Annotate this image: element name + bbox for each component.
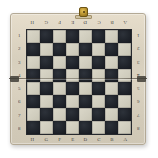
square-d8[interactable]: [79, 121, 92, 134]
square-d6[interactable]: [79, 95, 92, 108]
square-a7[interactable]: [118, 108, 131, 121]
fold-seam: [9, 78, 147, 81]
square-h6[interactable]: [27, 95, 40, 108]
file-label: E: [71, 137, 74, 142]
square-f1[interactable]: [53, 30, 66, 43]
square-b8[interactable]: [105, 121, 118, 134]
square-b6[interactable]: [105, 95, 118, 108]
file-label: F: [58, 137, 61, 142]
square-e1[interactable]: [66, 30, 79, 43]
square-e5[interactable]: [66, 82, 79, 95]
rank-label: 2: [18, 46, 20, 51]
square-f6[interactable]: [53, 95, 66, 108]
square-d3[interactable]: [79, 56, 92, 69]
rank-label: 7: [18, 113, 20, 118]
square-h5[interactable]: [27, 82, 40, 95]
square-c7[interactable]: [92, 108, 105, 121]
square-c8[interactable]: [92, 121, 105, 134]
square-e7[interactable]: [66, 108, 79, 121]
square-c6[interactable]: [92, 95, 105, 108]
square-e6[interactable]: [66, 95, 79, 108]
rank-label: 1: [137, 33, 139, 38]
file-label: E: [71, 20, 74, 25]
rank-label: 2: [137, 46, 139, 51]
rank-label: 8: [18, 126, 20, 131]
rank-label: 7: [137, 113, 139, 118]
square-b2[interactable]: [105, 43, 118, 56]
rank-label: 3: [18, 60, 20, 65]
board-border: [26, 29, 132, 135]
square-h1[interactable]: [27, 30, 40, 43]
rank-label: 6: [18, 99, 20, 104]
file-label: A: [124, 137, 128, 142]
square-a1[interactable]: [118, 30, 131, 43]
square-f7[interactable]: [53, 108, 66, 121]
square-d7[interactable]: [79, 108, 92, 121]
square-e3[interactable]: [66, 56, 79, 69]
square-a5[interactable]: [118, 82, 131, 95]
square-g2[interactable]: [40, 43, 53, 56]
square-d1[interactable]: [79, 30, 92, 43]
square-g5[interactable]: [40, 82, 53, 95]
file-label: F: [58, 20, 61, 25]
rank-label: 3: [137, 60, 139, 65]
file-label: D: [84, 20, 88, 25]
square-a6[interactable]: [118, 95, 131, 108]
coords-right-ranks: 1 2 3 4 5 6 7 8: [132, 29, 144, 135]
file-label: G: [44, 20, 48, 25]
square-h7[interactable]: [27, 108, 40, 121]
square-d2[interactable]: [79, 43, 92, 56]
square-g1[interactable]: [40, 30, 53, 43]
rank-label: 5: [18, 86, 20, 91]
file-label: G: [44, 137, 48, 142]
brass-latch-icon: [79, 7, 88, 17]
square-e2[interactable]: [66, 43, 79, 56]
file-label: C: [97, 137, 100, 142]
rank-label: 6: [137, 99, 139, 104]
square-g6[interactable]: [40, 95, 53, 108]
square-c1[interactable]: [92, 30, 105, 43]
square-b1[interactable]: [105, 30, 118, 43]
square-g8[interactable]: [40, 121, 53, 134]
file-label: C: [97, 20, 100, 25]
square-b7[interactable]: [105, 108, 118, 121]
square-f3[interactable]: [53, 56, 66, 69]
square-g3[interactable]: [40, 56, 53, 69]
file-label: D: [84, 137, 88, 142]
square-b3[interactable]: [105, 56, 118, 69]
rank-label: 1: [18, 33, 20, 38]
rank-label: 5: [137, 86, 139, 91]
square-g7[interactable]: [40, 108, 53, 121]
file-label: B: [110, 137, 113, 142]
square-h3[interactable]: [27, 56, 40, 69]
square-a3[interactable]: [118, 56, 131, 69]
square-c3[interactable]: [92, 56, 105, 69]
square-c5[interactable]: [92, 82, 105, 95]
square-h8[interactable]: [27, 121, 40, 134]
chessboard-photo: H G F E D C B A H G F E D C B A 1 2 3 4 …: [0, 0, 158, 158]
square-f8[interactable]: [53, 121, 66, 134]
square-f2[interactable]: [53, 43, 66, 56]
file-label: B: [110, 20, 113, 25]
square-c2[interactable]: [92, 43, 105, 56]
square-h2[interactable]: [27, 43, 40, 56]
square-d5[interactable]: [79, 82, 92, 95]
square-b5[interactable]: [105, 82, 118, 95]
square-a2[interactable]: [118, 43, 131, 56]
rank-label: 8: [137, 126, 139, 131]
square-f5[interactable]: [53, 82, 66, 95]
file-label: H: [31, 137, 35, 142]
file-label: A: [124, 20, 128, 25]
square-e8[interactable]: [66, 121, 79, 134]
file-label: H: [31, 20, 35, 25]
hinge-mark-left-icon: [10, 76, 19, 82]
coords-left-ranks: 1 2 3 4 5 6 7 8: [13, 29, 25, 135]
board-grid: [27, 30, 131, 134]
square-a8[interactable]: [118, 121, 131, 134]
hinge-mark-right-icon: [137, 76, 146, 82]
